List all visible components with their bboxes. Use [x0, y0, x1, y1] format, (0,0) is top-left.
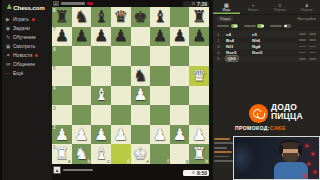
square-g2[interactable]: ♟	[170, 125, 190, 145]
settings-label[interactable]: Настройки	[297, 17, 316, 21]
more-icon: ⋯	[5, 70, 11, 76]
square-f3[interactable]	[150, 105, 170, 125]
sidebar-item-5[interactable]: ✦Новости	[5, 51, 51, 59]
white-piece-p-b2[interactable]: ♟	[72, 125, 92, 145]
chesscom-logo[interactable]: ♟ Chess.com	[6, 3, 45, 11]
sidebar-item-1[interactable]: ▶Играть	[5, 15, 51, 23]
sidebar-item-3[interactable]: ✎Обучение	[5, 33, 51, 41]
square-g3[interactable]	[170, 105, 190, 125]
square-a3[interactable]: 3	[52, 105, 72, 125]
square-a4[interactable]: 4	[52, 86, 72, 106]
white-piece-p-g2[interactable]: ♟	[170, 125, 190, 145]
panel-tab-1[interactable]: ▦Игра	[213, 1, 240, 14]
black-piece-r-h8[interactable]: ♜	[189, 7, 209, 27]
square-g1[interactable]: g	[170, 144, 190, 164]
square-f1[interactable]: f	[150, 144, 170, 164]
black-piece-p-b7[interactable]: ♟	[72, 27, 92, 47]
panel-tab-2[interactable]: +Новая	[240, 1, 267, 14]
square-b1[interactable]: b♞	[72, 144, 92, 164]
square-d8[interactable]: ♛	[111, 7, 131, 27]
news-icon: ✦	[5, 52, 11, 58]
square-c2[interactable]: ♟	[91, 125, 111, 145]
logo-pawn-icon: ♟	[6, 3, 12, 11]
black-piece-p-a7[interactable]: ♟	[52, 27, 72, 47]
square-c3[interactable]	[91, 105, 111, 125]
white-piece-p-c2[interactable]: ♟	[91, 125, 111, 145]
square-c5[interactable]	[91, 66, 111, 86]
square-b2[interactable]: ♟	[72, 125, 92, 145]
square-d1[interactable]: d	[111, 144, 131, 164]
sidebar: ♟ Chess.com ▶Играть◉Задачи✎Обучение▣Смот…	[0, 0, 52, 180]
square-g6[interactable]	[170, 46, 190, 66]
square-a5[interactable]: 5	[52, 66, 72, 86]
square-a7[interactable]: 7♟	[52, 27, 72, 47]
social-icon: ✉	[5, 61, 11, 67]
square-e7[interactable]	[131, 27, 151, 47]
file-label: d	[127, 159, 130, 164]
streamer-beard	[283, 153, 298, 162]
square-a8[interactable]: 8♜	[52, 7, 72, 27]
square-h2[interactable]: ♟	[189, 125, 209, 145]
square-a1[interactable]: 1a♜	[52, 144, 72, 164]
players-tab-icon: ♟	[304, 3, 308, 8]
black-piece-n-e5[interactable]: ♞	[131, 66, 151, 86]
square-h1[interactable]: h♜	[189, 144, 209, 164]
chat-messages[interactable]	[214, 138, 234, 180]
bottom-player-name	[63, 169, 93, 172]
white-piece-p-d2[interactable]: ♟	[111, 125, 131, 145]
white-clock: ⏱ 8:50	[183, 170, 209, 177]
red-light	[308, 163, 310, 165]
square-f4[interactable]	[150, 86, 170, 106]
square-c6[interactable]	[91, 46, 111, 66]
square-e3[interactable]	[131, 105, 151, 125]
rank-label: 4	[53, 86, 56, 91]
square-e6[interactable]	[131, 46, 151, 66]
webcam-overlay	[233, 136, 320, 180]
rank-label: 3	[53, 106, 56, 111]
rank-label: 5	[53, 66, 56, 71]
red-light	[312, 153, 314, 155]
panel-tab-3[interactable]: ≡Партии	[267, 1, 294, 14]
dodo-pizza-logo-icon	[249, 104, 268, 123]
square-f2[interactable]: ♟	[150, 125, 170, 145]
square-c8[interactable]: ♝	[91, 7, 111, 27]
black-piece-n-b8[interactable]: ♞	[72, 7, 92, 27]
file-label: g	[186, 159, 189, 164]
black-piece-p-g7[interactable]: ♟	[170, 27, 190, 47]
move-list[interactable]: 1.e4e52.Bc4Nh63.Nf3Ng44.Nxe5Nxe55.Qh5	[213, 31, 320, 62]
move-row-5[interactable]: 5.Qh5	[213, 56, 320, 62]
square-a6[interactable]: 6	[52, 46, 72, 66]
square-e2[interactable]	[131, 125, 151, 145]
square-d5[interactable]	[111, 66, 131, 86]
red-light	[306, 145, 308, 147]
assist-toggles	[217, 23, 316, 29]
black-piece-b-c8[interactable]: ♝	[91, 7, 111, 27]
assist-toggle-2[interactable]	[244, 24, 265, 28]
square-h4[interactable]	[189, 86, 209, 106]
toggle-switch[interactable]	[284, 24, 291, 28]
square-g4[interactable]	[170, 86, 190, 106]
chess-board[interactable]: 8♜♞♝♛♚♝♜7♟♟♟♟♟♟♟65♞♛4♝♟32♟♟♟♟♟♟♟1a♜b♞c♝d…	[52, 7, 209, 164]
top-player-bar: ♟	[53, 1, 93, 7]
sidebar-item-7[interactable]: ⋯Ещё	[5, 69, 51, 77]
black-piece-p-c7[interactable]: ♟	[91, 27, 111, 47]
logo-text: Chess.com	[13, 4, 44, 11]
square-f5[interactable]	[150, 66, 170, 86]
square-e5[interactable]: ♞	[131, 66, 151, 86]
white-piece-p-h2[interactable]: ♟	[189, 125, 209, 145]
square-b5[interactable]	[72, 66, 92, 86]
top-player-avatar[interactable]: ♟	[53, 1, 59, 7]
white-piece-k-e1[interactable]: ♚	[131, 144, 151, 164]
white-piece-b-c4[interactable]: ♝	[91, 86, 111, 106]
square-h5[interactable]: ♛	[189, 66, 209, 86]
learn-icon: ✎	[5, 34, 11, 40]
ad-promo-text: ПРОМОКОД:CAKE	[235, 125, 315, 131]
play-icon: ▶	[5, 16, 11, 22]
black-piece-k-e8[interactable]: ♚	[131, 7, 151, 27]
square-e1[interactable]: e♚	[131, 144, 151, 164]
square-h3[interactable]	[189, 105, 209, 125]
white-piece-n-b1[interactable]: ♞	[72, 144, 92, 164]
white-piece-p-a2[interactable]: ♟	[52, 125, 72, 145]
black-piece-p-h7[interactable]: ♟	[189, 27, 209, 47]
clock-icon: ⏱	[192, 1, 195, 6]
sidebar-item-4[interactable]: ▣Смотреть	[5, 42, 51, 50]
square-f8[interactable]: ♝	[150, 7, 170, 27]
white-piece-q-h5[interactable]: ♛	[189, 66, 209, 86]
black-piece-p-d7[interactable]: ♟	[111, 27, 131, 47]
stream-frame: ♟ Chess.com ▶Играть◉Задачи✎Обучение▣Смот…	[0, 0, 320, 180]
white-piece-p-f2[interactable]: ♟	[150, 125, 170, 145]
file-label: f	[167, 159, 169, 164]
black-piece-p-f7[interactable]: ♟	[150, 27, 170, 47]
streamer-shirt	[274, 162, 308, 180]
white-piece-p-e4[interactable]: ♟	[131, 86, 151, 106]
sponsor-ad: ДОДО ПИЦЦА ПРОМОКОД:CAKE	[213, 100, 320, 136]
red-light	[314, 171, 316, 173]
square-h6[interactable]	[189, 46, 209, 66]
square-e4[interactable]: ♟	[131, 86, 151, 106]
black-piece-q-d8[interactable]: ♛	[111, 7, 131, 27]
square-b6[interactable]	[72, 46, 92, 66]
newgame-tab-icon: +	[252, 3, 255, 8]
square-b7[interactable]: ♟	[72, 27, 92, 47]
square-c7[interactable]: ♟	[91, 27, 111, 47]
square-e8[interactable]: ♚	[131, 7, 151, 27]
monitor-glow	[233, 141, 254, 175]
square-g8[interactable]	[170, 7, 190, 27]
square-d6[interactable]	[111, 46, 131, 66]
moves-section-label[interactable]: Ходы	[217, 16, 233, 22]
sidebar-item-6[interactable]: ✉Общение	[5, 60, 51, 68]
top-player-name	[61, 2, 85, 5]
puzzle-icon: ◉	[5, 25, 11, 31]
panel-subheader: Ходы Настройки	[217, 16, 316, 22]
assist-toggle-1[interactable]	[217, 24, 238, 28]
square-g5[interactable]	[170, 66, 190, 86]
toggle-switch[interactable]	[231, 24, 238, 28]
square-h7[interactable]: ♟	[189, 27, 209, 47]
square-d7[interactable]: ♟	[111, 27, 131, 47]
square-c4[interactable]: ♝	[91, 86, 111, 106]
square-d4[interactable]	[111, 86, 131, 106]
notification-badge	[35, 54, 38, 57]
square-f7[interactable]: ♟	[150, 27, 170, 47]
white-piece-b-c1[interactable]: ♝	[91, 144, 111, 164]
bottom-player-avatar[interactable]: ♟	[53, 166, 61, 174]
panel-tab-4[interactable]: ♟Игроки	[293, 1, 320, 14]
clock-icon: ⏱	[192, 170, 195, 175]
watch-icon: ▣	[5, 43, 11, 49]
notification-badge	[32, 18, 35, 21]
square-b4[interactable]	[72, 86, 92, 106]
headphones-band-icon	[280, 140, 301, 148]
top-player-flag	[87, 2, 93, 5]
square-d3[interactable]	[111, 105, 131, 125]
square-c1[interactable]: c♝	[91, 144, 111, 164]
games-tab-icon: ≡	[278, 3, 281, 8]
panel-tabs: ▦Игра+Новая≡Партии♟Игроки	[213, 1, 320, 15]
white-piece-r-a1[interactable]: ♜	[52, 144, 72, 164]
white-piece-r-h1[interactable]: ♜	[189, 144, 209, 164]
square-b8[interactable]: ♞	[72, 7, 92, 27]
toggle-switch[interactable]	[257, 24, 264, 28]
ad-brand-text: ДОДО ПИЦЦА	[271, 103, 303, 121]
board-tab-icon: ▦	[224, 3, 229, 8]
square-b3[interactable]	[72, 105, 92, 125]
sidebar-item-2[interactable]: ◉Задачи	[5, 24, 51, 32]
square-d2[interactable]: ♟	[111, 125, 131, 145]
black-piece-b-f8[interactable]: ♝	[150, 7, 170, 27]
bottom-player-bar: ♟	[53, 166, 93, 174]
rank-label: 6	[53, 47, 56, 52]
square-h8[interactable]: ♜	[189, 7, 209, 27]
promo-code: CAKE	[270, 125, 286, 131]
square-f6[interactable]	[150, 46, 170, 66]
assist-toggle-3[interactable]	[270, 24, 291, 28]
square-g7[interactable]: ♟	[170, 27, 190, 47]
square-a2[interactable]: 2♟	[52, 125, 72, 145]
black-piece-r-a8[interactable]: ♜	[52, 7, 72, 27]
